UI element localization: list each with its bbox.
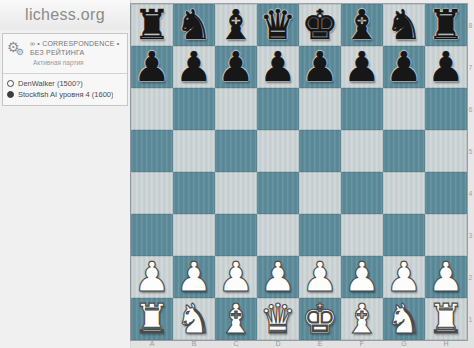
square-a4[interactable] xyxy=(131,172,173,214)
white-king-piece[interactable]: ♚ xyxy=(299,298,341,340)
white-pawn-piece[interactable]: ♟ xyxy=(425,256,467,298)
square-e4[interactable] xyxy=(299,172,341,214)
square-d6[interactable] xyxy=(257,88,299,130)
black-pawn-piece[interactable]: ♟ xyxy=(383,46,425,88)
player-white-name: DenWalker (1500?) xyxy=(18,79,83,88)
square-f8[interactable]: ♝ xyxy=(341,4,383,46)
square-h3[interactable] xyxy=(425,214,467,256)
square-c2[interactable]: ♟ xyxy=(215,256,257,298)
square-e1[interactable]: ♚ xyxy=(299,298,341,340)
rank-labels: 87654321 xyxy=(467,4,474,340)
square-d2[interactable]: ♟ xyxy=(257,256,299,298)
site-title-link[interactable]: lichess.org xyxy=(25,6,105,24)
white-pawn-piece[interactable]: ♟ xyxy=(383,256,425,298)
square-b5[interactable] xyxy=(173,130,215,172)
black-pawn-piece[interactable]: ♟ xyxy=(341,46,383,88)
game-info-card: ∞ • CORRESPONDENCE • БЕЗ РЕЙТИНГА Активн… xyxy=(2,33,128,106)
white-rook-piece[interactable]: ♜ xyxy=(131,298,173,340)
black-pawn-piece[interactable]: ♟ xyxy=(131,46,173,88)
square-g1[interactable]: ♞ xyxy=(383,298,425,340)
square-a8[interactable]: ♜ xyxy=(131,4,173,46)
square-f7[interactable]: ♟ xyxy=(341,46,383,88)
gears-icon xyxy=(6,39,30,67)
player-black-row[interactable]: Stockfish AI уровня 4 (1600) xyxy=(7,89,123,100)
square-b7[interactable]: ♟ xyxy=(173,46,215,88)
sidebar: lichess.org ∞ • CORRESPONDENCE • БЕЗ РЕЙ… xyxy=(0,0,131,348)
square-d8[interactable]: ♛ xyxy=(257,4,299,46)
square-b6[interactable] xyxy=(173,88,215,130)
white-knight-piece[interactable]: ♞ xyxy=(173,298,215,340)
square-g8[interactable]: ♞ xyxy=(383,4,425,46)
square-e2[interactable]: ♟ xyxy=(299,256,341,298)
rank-label-7: 7 xyxy=(467,46,474,88)
black-disc-icon xyxy=(7,91,14,98)
site-header: lichess.org xyxy=(0,0,130,30)
square-h2[interactable]: ♟ xyxy=(425,256,467,298)
square-f5[interactable] xyxy=(341,130,383,172)
square-d7[interactable]: ♟ xyxy=(257,46,299,88)
square-b4[interactable] xyxy=(173,172,215,214)
black-queen-piece[interactable]: ♛ xyxy=(257,4,299,46)
square-c1[interactable]: ♝ xyxy=(215,298,257,340)
square-a6[interactable] xyxy=(131,88,173,130)
black-bishop-piece[interactable]: ♝ xyxy=(215,4,257,46)
rank-label-3: 3 xyxy=(467,214,474,256)
square-b8[interactable]: ♞ xyxy=(173,4,215,46)
rank-label-4: 4 xyxy=(467,172,474,214)
square-f3[interactable] xyxy=(341,214,383,256)
square-c5[interactable] xyxy=(215,130,257,172)
black-rook-piece[interactable]: ♜ xyxy=(425,4,467,46)
white-pawn-piece[interactable]: ♟ xyxy=(131,256,173,298)
player-black-name: Stockfish AI уровня 4 (1600) xyxy=(18,90,113,99)
rank-label-6: 6 xyxy=(467,88,474,130)
game-meta: ∞ • CORRESPONDENCE • БЕЗ РЕЙТИНГА Активн… xyxy=(3,34,127,70)
square-e3[interactable] xyxy=(299,214,341,256)
square-h7[interactable]: ♟ xyxy=(425,46,467,88)
white-bishop-piece[interactable]: ♝ xyxy=(341,298,383,340)
white-rook-piece[interactable]: ♜ xyxy=(425,298,467,340)
black-pawn-piece[interactable]: ♟ xyxy=(257,46,299,88)
black-knight-piece[interactable]: ♞ xyxy=(173,4,215,46)
square-f4[interactable] xyxy=(341,172,383,214)
square-c6[interactable] xyxy=(215,88,257,130)
square-b2[interactable]: ♟ xyxy=(173,256,215,298)
white-knight-piece[interactable]: ♞ xyxy=(383,298,425,340)
square-f6[interactable] xyxy=(341,88,383,130)
rank-label-8: 8 xyxy=(467,4,474,46)
square-f2[interactable]: ♟ xyxy=(341,256,383,298)
rank-label-1: 1 xyxy=(467,298,474,340)
square-a2[interactable]: ♟ xyxy=(131,256,173,298)
square-g4[interactable] xyxy=(383,172,425,214)
square-c7[interactable]: ♟ xyxy=(215,46,257,88)
square-c8[interactable]: ♝ xyxy=(215,4,257,46)
black-pawn-piece[interactable]: ♟ xyxy=(215,46,257,88)
square-g3[interactable] xyxy=(383,214,425,256)
square-b3[interactable] xyxy=(173,214,215,256)
white-disc-icon xyxy=(7,80,14,87)
square-g5[interactable] xyxy=(383,130,425,172)
black-king-piece[interactable]: ♚ xyxy=(299,4,341,46)
rank-label-5: 5 xyxy=(467,130,474,172)
square-h6[interactable] xyxy=(425,88,467,130)
square-a5[interactable] xyxy=(131,130,173,172)
white-queen-piece[interactable]: ♛ xyxy=(257,298,299,340)
square-e5[interactable] xyxy=(299,130,341,172)
square-d5[interactable] xyxy=(257,130,299,172)
square-f1[interactable]: ♝ xyxy=(341,298,383,340)
players-list: DenWalker (1500?) Stockfish AI уровня 4 … xyxy=(3,74,127,105)
white-pawn-piece[interactable]: ♟ xyxy=(341,256,383,298)
white-pawn-piece[interactable]: ♟ xyxy=(257,256,299,298)
black-pawn-piece[interactable]: ♟ xyxy=(173,46,215,88)
square-h8[interactable]: ♜ xyxy=(425,4,467,46)
white-bishop-piece[interactable]: ♝ xyxy=(215,298,257,340)
chess-board[interactable]: ♜♞♝♛♚♝♞♜♟♟♟♟♟♟♟♟♟♟♟♟♟♟♟♟♜♞♝♛♚♝♞♜ xyxy=(131,4,467,340)
square-g6[interactable] xyxy=(383,88,425,130)
black-bishop-piece[interactable]: ♝ xyxy=(341,4,383,46)
square-e7[interactable]: ♟ xyxy=(299,46,341,88)
square-c4[interactable] xyxy=(215,172,257,214)
black-knight-piece[interactable]: ♞ xyxy=(383,4,425,46)
square-a3[interactable] xyxy=(131,214,173,256)
game-mode-label: ∞ • CORRESPONDENCE • БЕЗ РЕЙТИНГА xyxy=(30,39,124,57)
square-h5[interactable] xyxy=(425,130,467,172)
square-a1[interactable]: ♜ xyxy=(131,298,173,340)
square-d4[interactable] xyxy=(257,172,299,214)
rank-label-2: 2 xyxy=(467,256,474,298)
black-pawn-piece[interactable]: ♟ xyxy=(425,46,467,88)
square-e8[interactable]: ♚ xyxy=(299,4,341,46)
square-c3[interactable] xyxy=(215,214,257,256)
game-status-label: Активная партия xyxy=(33,59,124,67)
square-e6[interactable] xyxy=(299,88,341,130)
square-b1[interactable]: ♞ xyxy=(173,298,215,340)
player-white-row[interactable]: DenWalker (1500?) xyxy=(7,78,123,89)
game-meta-text: ∞ • CORRESPONDENCE • БЕЗ РЕЙТИНГА Активн… xyxy=(30,39,124,67)
square-a7[interactable]: ♟ xyxy=(131,46,173,88)
square-g2[interactable]: ♟ xyxy=(383,256,425,298)
white-pawn-piece[interactable]: ♟ xyxy=(173,256,215,298)
square-h1[interactable]: ♜ xyxy=(425,298,467,340)
white-pawn-piece[interactable]: ♟ xyxy=(215,256,257,298)
black-pawn-piece[interactable]: ♟ xyxy=(299,46,341,88)
square-d3[interactable] xyxy=(257,214,299,256)
lichess-page: lichess.org ∞ • CORRESPONDENCE • БЕЗ РЕЙ… xyxy=(0,0,474,348)
square-d1[interactable]: ♛ xyxy=(257,298,299,340)
square-g7[interactable]: ♟ xyxy=(383,46,425,88)
white-pawn-piece[interactable]: ♟ xyxy=(299,256,341,298)
square-h4[interactable] xyxy=(425,172,467,214)
black-rook-piece[interactable]: ♜ xyxy=(131,4,173,46)
